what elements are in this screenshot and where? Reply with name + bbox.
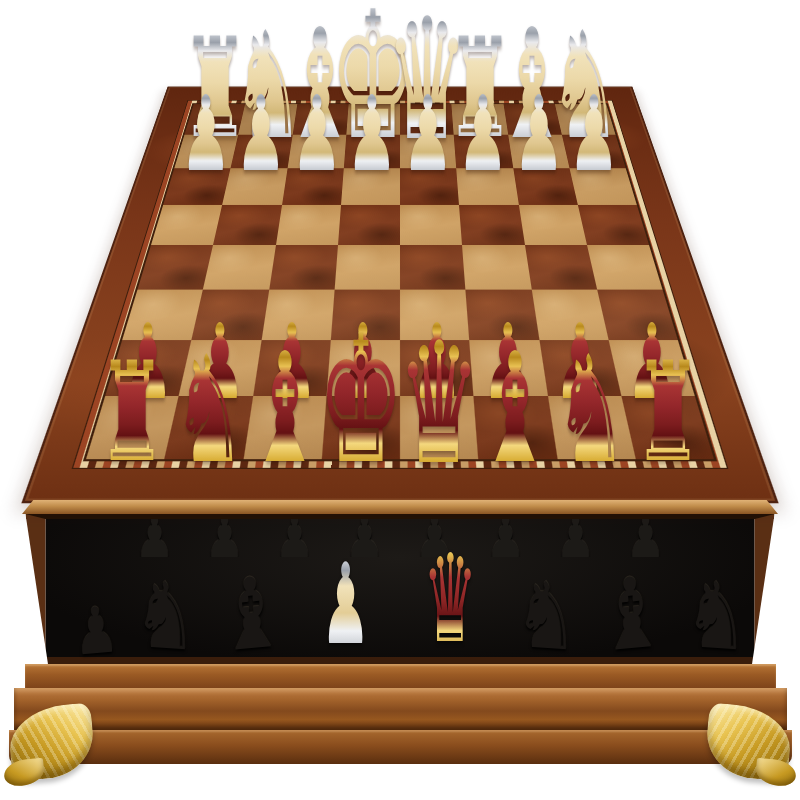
- square-b4[interactable]: [203, 245, 275, 290]
- piece-gold-queen-e1[interactable]: ♛: [398, 320, 481, 488]
- piece-silver-pawn-g7[interactable]: ♟: [513, 82, 564, 186]
- piece-silver-pawn-h7[interactable]: ♟: [568, 82, 619, 186]
- piece-gold-bishop-f1[interactable]: ♝: [478, 333, 553, 485]
- piece-gold-knight-g1[interactable]: ♞: [555, 336, 628, 484]
- square-b5[interactable]: [213, 205, 281, 245]
- square-d5[interactable]: [338, 205, 400, 245]
- square-e5[interactable]: [400, 205, 462, 245]
- square-g4[interactable]: [525, 245, 597, 290]
- piece-silver-pawn-a7[interactable]: ♟: [181, 82, 232, 186]
- square-e4[interactable]: [400, 245, 466, 290]
- piece-gold-bishop-c1[interactable]: ♝: [247, 333, 322, 485]
- piece-silver-pawn-c7[interactable]: ♟: [291, 82, 342, 186]
- square-d4[interactable]: [334, 245, 400, 290]
- square-c5[interactable]: [276, 205, 341, 245]
- square-f5[interactable]: [459, 205, 524, 245]
- square-f4[interactable]: [462, 245, 531, 290]
- square-g5[interactable]: [518, 205, 586, 245]
- square-a5[interactable]: [151, 205, 222, 245]
- piece-silver-pawn-b7[interactable]: ♟: [236, 82, 287, 186]
- chess-set-photo: ♟♟♟♟♟♟♟♟ ♟♞♝♟♛♞♝♞♝♞♟ ♜♞♝♚♛♜♝♞♟♟♟♟♟♟♟♟♟♟♟…: [0, 0, 800, 800]
- piece-gold-king-d1[interactable]: ♚: [317, 313, 404, 489]
- square-h4[interactable]: [587, 245, 663, 290]
- square-c4[interactable]: [269, 245, 338, 290]
- piece-gold-rook-h1[interactable]: ♜: [633, 345, 701, 483]
- piece-silver-pawn-e7[interactable]: ♟: [403, 82, 454, 186]
- piece-gold-rook-a1[interactable]: ♜: [98, 345, 166, 483]
- piece-gold-knight-b1[interactable]: ♞: [172, 336, 245, 484]
- square-a4[interactable]: [137, 245, 213, 290]
- piece-silver-pawn-d7[interactable]: ♟: [346, 82, 397, 186]
- piece-silver-pawn-f7[interactable]: ♟: [458, 82, 509, 186]
- square-h5[interactable]: [578, 205, 649, 245]
